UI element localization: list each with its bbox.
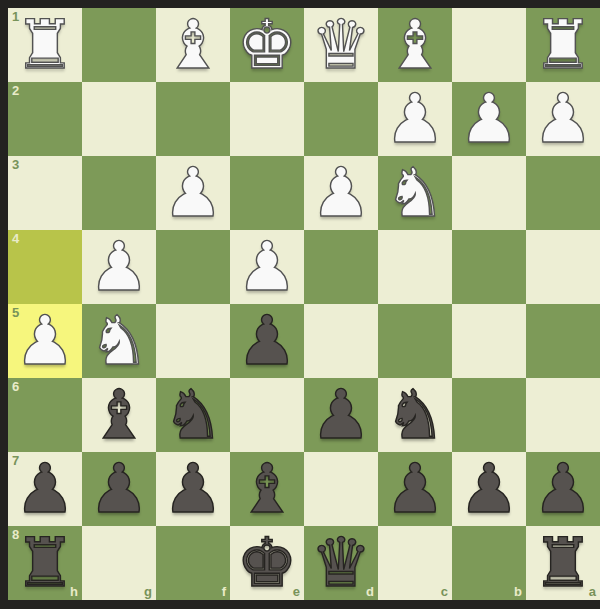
piece-bN-f6[interactable]: ♞ [156, 378, 230, 452]
piece-wP-g4[interactable]: ♟ [82, 230, 156, 304]
square-f8[interactable]: f [156, 526, 230, 600]
square-h6[interactable]: 6 [8, 378, 82, 452]
file-label-e: e [293, 585, 300, 598]
square-a5[interactable] [526, 304, 600, 378]
piece-bP-a7[interactable]: ♟ [526, 452, 600, 526]
square-e5[interactable]: ♟ [230, 304, 304, 378]
file-label-b: b [514, 585, 522, 598]
square-c6[interactable]: ♞ [378, 378, 452, 452]
square-a1[interactable]: ♜ [526, 8, 600, 82]
square-b1[interactable] [452, 8, 526, 82]
square-a7[interactable]: ♟ [526, 452, 600, 526]
square-g8[interactable]: g [82, 526, 156, 600]
square-e2[interactable] [230, 82, 304, 156]
square-d3[interactable]: ♟ [304, 156, 378, 230]
square-e3[interactable] [230, 156, 304, 230]
square-g1[interactable] [82, 8, 156, 82]
rank-label-2: 2 [12, 84, 19, 97]
piece-wQ-d1[interactable]: ♛ [304, 8, 378, 82]
rank-label-6: 6 [12, 380, 19, 393]
piece-bP-c7[interactable]: ♟ [378, 452, 452, 526]
square-c3[interactable]: ♞ [378, 156, 452, 230]
piece-wR-a1[interactable]: ♜ [526, 8, 600, 82]
square-f2[interactable] [156, 82, 230, 156]
file-label-g: g [144, 585, 152, 598]
square-b2[interactable]: ♟ [452, 82, 526, 156]
square-g5[interactable]: ♞ [82, 304, 156, 378]
square-b5[interactable] [452, 304, 526, 378]
square-h1[interactable]: 1♜ [8, 8, 82, 82]
piece-wP-h5[interactable]: ♟ [8, 304, 82, 378]
square-e7[interactable]: ♝ [230, 452, 304, 526]
square-a6[interactable] [526, 378, 600, 452]
square-b4[interactable] [452, 230, 526, 304]
square-d2[interactable] [304, 82, 378, 156]
square-h3[interactable]: 3 [8, 156, 82, 230]
square-d8[interactable]: d♛ [304, 526, 378, 600]
square-b8[interactable]: b [452, 526, 526, 600]
file-label-f: f [222, 585, 226, 598]
square-e4[interactable]: ♟ [230, 230, 304, 304]
file-label-d: d [366, 585, 374, 598]
square-h2[interactable]: 2 [8, 82, 82, 156]
chess-board: 1♜♝♚♛♝♜2♟♟♟3♟♟♞4♟♟5♟♞♟6♝♞♟♞7♟♟♟♝♟♟♟8h♜gf… [8, 8, 600, 600]
piece-wP-c2[interactable]: ♟ [378, 82, 452, 156]
piece-wP-a2[interactable]: ♟ [526, 82, 600, 156]
square-g3[interactable] [82, 156, 156, 230]
square-h4[interactable]: 4 [8, 230, 82, 304]
square-c4[interactable] [378, 230, 452, 304]
square-c5[interactable] [378, 304, 452, 378]
square-f1[interactable]: ♝ [156, 8, 230, 82]
square-h8[interactable]: 8h♜ [8, 526, 82, 600]
piece-wN-g5[interactable]: ♞ [82, 304, 156, 378]
square-b7[interactable]: ♟ [452, 452, 526, 526]
piece-bP-g7[interactable]: ♟ [82, 452, 156, 526]
square-a8[interactable]: a♜ [526, 526, 600, 600]
piece-wP-b2[interactable]: ♟ [452, 82, 526, 156]
square-d6[interactable]: ♟ [304, 378, 378, 452]
square-g7[interactable]: ♟ [82, 452, 156, 526]
square-c1[interactable]: ♝ [378, 8, 452, 82]
square-b6[interactable] [452, 378, 526, 452]
rank-label-4: 4 [12, 232, 19, 245]
square-f5[interactable] [156, 304, 230, 378]
piece-bP-e5[interactable]: ♟ [230, 304, 304, 378]
piece-wK-e1[interactable]: ♚ [230, 8, 304, 82]
square-e6[interactable] [230, 378, 304, 452]
rank-label-3: 3 [12, 158, 19, 171]
piece-wP-e4[interactable]: ♟ [230, 230, 304, 304]
square-f3[interactable]: ♟ [156, 156, 230, 230]
board-frame: 1♜♝♚♛♝♜2♟♟♟3♟♟♞4♟♟5♟♞♟6♝♞♟♞7♟♟♟♝♟♟♟8h♜gf… [0, 0, 600, 609]
square-g4[interactable]: ♟ [82, 230, 156, 304]
piece-wB-c1[interactable]: ♝ [378, 8, 452, 82]
square-e1[interactable]: ♚ [230, 8, 304, 82]
square-a4[interactable] [526, 230, 600, 304]
piece-wR-h1[interactable]: ♜ [8, 8, 82, 82]
square-d1[interactable]: ♛ [304, 8, 378, 82]
piece-wP-d3[interactable]: ♟ [304, 156, 378, 230]
piece-wN-c3[interactable]: ♞ [378, 156, 452, 230]
square-f6[interactable]: ♞ [156, 378, 230, 452]
piece-bP-b7[interactable]: ♟ [452, 452, 526, 526]
square-b3[interactable] [452, 156, 526, 230]
file-label-a: a [589, 585, 596, 598]
piece-bB-g6[interactable]: ♝ [82, 378, 156, 452]
square-f7[interactable]: ♟ [156, 452, 230, 526]
square-g2[interactable] [82, 82, 156, 156]
square-f4[interactable] [156, 230, 230, 304]
square-h7[interactable]: 7♟ [8, 452, 82, 526]
piece-wP-f3[interactable]: ♟ [156, 156, 230, 230]
piece-bB-e7[interactable]: ♝ [230, 452, 304, 526]
square-a3[interactable] [526, 156, 600, 230]
file-label-c: c [441, 585, 448, 598]
piece-bP-f7[interactable]: ♟ [156, 452, 230, 526]
square-a2[interactable]: ♟ [526, 82, 600, 156]
square-c2[interactable]: ♟ [378, 82, 452, 156]
square-d4[interactable] [304, 230, 378, 304]
file-label-h: h [70, 585, 78, 598]
piece-bP-h7[interactable]: ♟ [8, 452, 82, 526]
piece-bN-c6[interactable]: ♞ [378, 378, 452, 452]
piece-bP-d6[interactable]: ♟ [304, 378, 378, 452]
square-d5[interactable] [304, 304, 378, 378]
square-d7[interactable] [304, 452, 378, 526]
square-h5[interactable]: 5♟ [8, 304, 82, 378]
square-c8[interactable]: c [378, 526, 452, 600]
square-e8[interactable]: e♚ [230, 526, 304, 600]
square-c7[interactable]: ♟ [378, 452, 452, 526]
square-g6[interactable]: ♝ [82, 378, 156, 452]
piece-wB-f1[interactable]: ♝ [156, 8, 230, 82]
